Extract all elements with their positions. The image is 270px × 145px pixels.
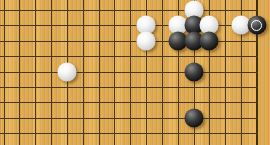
- black-stone: [184, 108, 203, 127]
- white-stone: [137, 31, 156, 50]
- grid-horizontal-line: [0, 87, 258, 88]
- black-stone: [184, 62, 203, 81]
- grid-horizontal-line: [0, 25, 258, 26]
- white-stone: [57, 62, 76, 81]
- grid-horizontal-line: [0, 10, 258, 11]
- grid-horizontal-line: [0, 102, 258, 103]
- black-stone: [247, 16, 266, 35]
- grid-horizontal-line: [0, 56, 258, 57]
- last-move-marker-icon: [251, 20, 262, 31]
- go-board[interactable]: [0, 0, 270, 145]
- grid-horizontal-line: [0, 41, 258, 42]
- black-stone: [200, 31, 219, 50]
- grid-horizontal-line: [0, 72, 258, 73]
- grid-horizontal-line: [0, 118, 258, 119]
- grid-horizontal-line: [0, 133, 258, 134]
